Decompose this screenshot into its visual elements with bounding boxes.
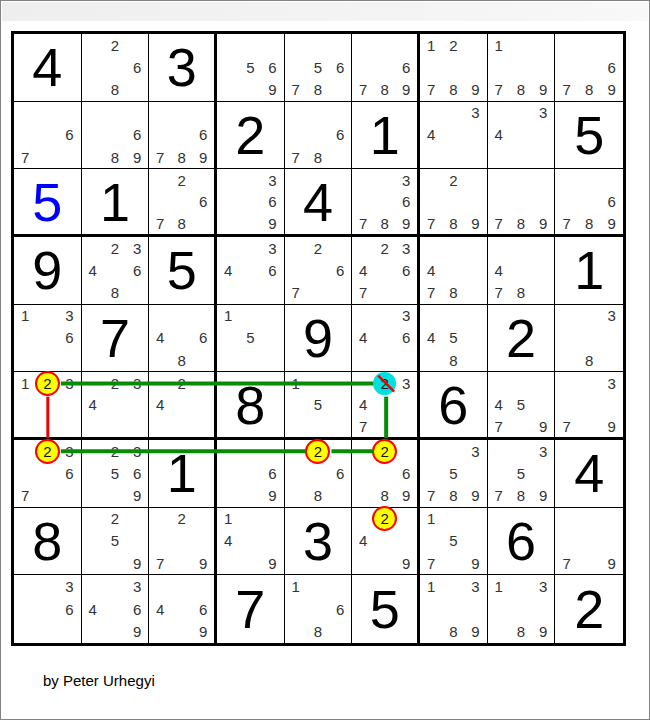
- candidate-6: 6: [394, 190, 418, 214]
- cell-r1c8[interactable]: 1789: [488, 34, 556, 102]
- candidate-9: 9: [600, 414, 624, 438]
- cell-r5c2[interactable]: 7: [82, 305, 150, 373]
- candidate-7: 7: [555, 78, 579, 102]
- candidate-9: 9: [464, 620, 488, 644]
- candidate-6: 6: [191, 597, 215, 621]
- candidate-6: 6: [261, 190, 285, 214]
- candidate-6: 6: [125, 461, 149, 485]
- cell-r9c4[interactable]: 7: [217, 575, 285, 643]
- candidate-7: 7: [419, 281, 443, 305]
- candidate-9: 9: [464, 484, 488, 508]
- cell-r3c3[interactable]: 2678: [149, 169, 217, 237]
- candidate-1: 1: [284, 371, 308, 395]
- candidate-3: 3: [58, 304, 82, 328]
- candidate-6: 6: [261, 55, 285, 79]
- cell-r9c3[interactable]: 469: [149, 575, 217, 643]
- cell-r6c4[interactable]: 8: [217, 372, 285, 440]
- cell-r4c5[interactable]: 267: [285, 237, 353, 305]
- cell-r4c9[interactable]: 1: [555, 237, 623, 305]
- cell-r5c1[interactable]: 136: [14, 305, 82, 373]
- candidate-8: 8: [170, 145, 194, 169]
- cell-r8c3[interactable]: 279: [149, 508, 217, 576]
- candidate-2: 2: [35, 439, 60, 464]
- cell-r3c6[interactable]: 36789: [352, 169, 420, 237]
- candidate-8: 8: [306, 620, 330, 644]
- candidate-8: 8: [509, 620, 533, 644]
- candidate-6: 6: [394, 55, 418, 79]
- candidate-8: 8: [441, 348, 465, 372]
- candidate-4: 4: [487, 393, 511, 417]
- candidate-3: 3: [125, 439, 149, 463]
- cell-r3c9[interactable]: 6789: [555, 169, 623, 237]
- candidate-7: 7: [419, 211, 443, 235]
- cell-r5c7[interactable]: 458: [420, 305, 488, 373]
- cell-r3c7[interactable]: 2789: [420, 169, 488, 237]
- given-digit: 6: [488, 508, 555, 575]
- candidate-8: 8: [577, 348, 601, 372]
- candidate-9: 9: [261, 551, 285, 575]
- cell-r8c2[interactable]: 259: [82, 508, 150, 576]
- candidate-9: 9: [261, 211, 285, 235]
- candidate-4: 4: [351, 393, 375, 417]
- given-digit: 9: [14, 237, 81, 304]
- cell-r3c8[interactable]: 789: [488, 169, 556, 237]
- given-digit: 4: [285, 169, 352, 234]
- cell-r1c5[interactable]: 5678: [285, 34, 353, 102]
- candidate-6: 6: [328, 258, 352, 282]
- candidate-7: 7: [351, 281, 375, 305]
- cell-r2c1[interactable]: 67: [14, 102, 82, 170]
- top-strip: [2, 2, 648, 21]
- cell-r3c4[interactable]: 369: [217, 169, 285, 237]
- candidate-4: 4: [419, 123, 443, 147]
- cell-r6c7[interactable]: 6: [420, 372, 488, 440]
- candidate-6: 6: [125, 597, 149, 621]
- candidate-9: 9: [191, 620, 215, 644]
- candidate-9: 9: [464, 211, 488, 235]
- candidate-2: 2: [103, 33, 127, 57]
- candidate-7: 7: [148, 551, 172, 575]
- cell-r8c8[interactable]: 6: [488, 508, 556, 576]
- given-digit: 1: [555, 237, 623, 304]
- candidate-8: 8: [577, 211, 601, 235]
- candidate-9: 9: [261, 484, 285, 508]
- candidate-2: 2: [373, 372, 396, 395]
- candidate-3: 3: [394, 371, 418, 395]
- cell-r9c2[interactable]: 3469: [82, 575, 150, 643]
- given-digit: 4: [555, 440, 623, 507]
- cell-r6c5[interactable]: 15: [285, 372, 353, 440]
- cell-r7c8[interactable]: 35789: [488, 440, 556, 508]
- cell-r8c4[interactable]: 149: [217, 508, 285, 576]
- candidate-2: 2: [103, 439, 127, 463]
- candidate-5: 5: [509, 393, 533, 417]
- cell-r4c8[interactable]: 478: [488, 237, 556, 305]
- cell-r4c2[interactable]: 23468: [82, 237, 150, 305]
- candidate-3: 3: [125, 236, 149, 260]
- candidate-7: 7: [487, 78, 511, 102]
- cell-r9c5[interactable]: 168: [285, 575, 353, 643]
- candidate-9: 9: [394, 78, 418, 102]
- candidate-9: 9: [125, 551, 149, 575]
- cell-r6c6[interactable]: 2347: [352, 372, 420, 440]
- cell-r1c3[interactable]: 3: [149, 34, 217, 102]
- cell-r2c5[interactable]: 678: [285, 102, 353, 170]
- candidate-7: 7: [487, 414, 511, 438]
- candidate-1: 1: [216, 507, 240, 531]
- candidate-6: 6: [328, 461, 352, 485]
- cell-r5c9[interactable]: 38: [555, 305, 623, 373]
- candidate-8: 8: [306, 484, 330, 508]
- cell-r6c9[interactable]: 379: [555, 372, 623, 440]
- cell-r8c9[interactable]: 79: [555, 508, 623, 576]
- candidate-9: 9: [191, 145, 215, 169]
- candidate-9: 9: [464, 551, 488, 575]
- candidate-9: 9: [125, 484, 149, 508]
- candidate-4: 4: [216, 258, 240, 282]
- cell-r2c3[interactable]: 6789: [149, 102, 217, 170]
- given-digit: 1: [149, 440, 214, 507]
- cell-r8c6[interactable]: 249: [352, 508, 420, 576]
- candidate-8: 8: [373, 484, 397, 508]
- candidate-9: 9: [600, 211, 624, 235]
- given-digit: 8: [14, 508, 81, 575]
- candidate-2: 2: [103, 507, 127, 531]
- cell-r7c9[interactable]: 4: [555, 440, 623, 508]
- candidate-7: 7: [284, 78, 308, 102]
- candidate-9: 9: [531, 78, 555, 102]
- cell-r4c3[interactable]: 5: [149, 237, 217, 305]
- given-digit: 7: [82, 305, 149, 372]
- candidate-5: 5: [441, 326, 465, 350]
- candidate-4: 4: [419, 326, 443, 350]
- candidate-4: 4: [487, 123, 511, 147]
- candidate-6: 6: [261, 258, 285, 282]
- candidate-2: 2: [103, 371, 127, 395]
- cell-r5c8[interactable]: 2: [488, 305, 556, 373]
- candidate-9: 9: [531, 484, 555, 508]
- candidate-5: 5: [441, 529, 465, 553]
- candidate-4: 4: [351, 326, 375, 350]
- given-digit: 5: [555, 102, 623, 169]
- candidate-1: 1: [419, 575, 443, 599]
- cell-r4c6[interactable]: 23467: [352, 237, 420, 305]
- candidate-1: 1: [487, 575, 511, 599]
- candidate-9: 9: [531, 414, 555, 438]
- candidate-2: 2: [372, 439, 397, 464]
- candidate-7: 7: [555, 211, 579, 235]
- sudoku-board: 4268356956786789127891789678967689678926…: [11, 31, 626, 646]
- candidate-3: 3: [261, 236, 285, 260]
- candidate-3: 3: [58, 439, 82, 463]
- candidate-4: 4: [487, 258, 511, 282]
- cell-r6c8[interactable]: 4579: [488, 372, 556, 440]
- candidate-2: 2: [372, 506, 397, 531]
- cell-r2c9[interactable]: 5: [555, 102, 623, 170]
- given-digit: 8: [217, 372, 284, 437]
- candidate-6: 6: [394, 258, 418, 282]
- candidate-8: 8: [441, 281, 465, 305]
- cell-r1c1[interactable]: 4: [14, 34, 82, 102]
- candidate-6: 6: [191, 190, 215, 214]
- cell-r1c2[interactable]: 268: [82, 34, 150, 102]
- cell-r1c6[interactable]: 6789: [352, 34, 420, 102]
- cell-r1c4[interactable]: 569: [217, 34, 285, 102]
- candidate-7: 7: [487, 211, 511, 235]
- candidate-6: 6: [58, 597, 82, 621]
- cell-r3c5[interactable]: 4: [285, 169, 353, 237]
- candidate-3: 3: [58, 371, 82, 395]
- cell-r1c7[interactable]: 12789: [420, 34, 488, 102]
- candidate-2: 2: [441, 168, 465, 192]
- cell-r8c5[interactable]: 3: [285, 508, 353, 576]
- candidate-9: 9: [531, 211, 555, 235]
- candidate-8: 8: [441, 620, 465, 644]
- cell-r7c2[interactable]: 23569: [82, 440, 150, 508]
- candidate-1: 1: [419, 507, 443, 531]
- candidate-8: 8: [509, 281, 533, 305]
- candidate-7: 7: [284, 145, 308, 169]
- candidate-6: 6: [261, 461, 285, 485]
- candidate-6: 6: [394, 326, 418, 350]
- candidate-9: 9: [600, 78, 624, 102]
- given-digit: 5: [149, 237, 214, 304]
- candidate-8: 8: [103, 78, 127, 102]
- candidate-3: 3: [531, 101, 555, 125]
- candidate-3: 3: [600, 304, 624, 328]
- given-digit: 2: [555, 575, 623, 643]
- cell-r8c1[interactable]: 8: [14, 508, 82, 576]
- candidate-2: 2: [306, 236, 330, 260]
- cell-r7c5[interactable]: 268: [285, 440, 353, 508]
- candidate-5: 5: [238, 55, 262, 79]
- candidate-1: 1: [419, 33, 443, 57]
- candidate-4: 4: [148, 326, 172, 350]
- candidate-2: 2: [441, 33, 465, 57]
- candidate-8: 8: [441, 78, 465, 102]
- candidate-1: 1: [284, 575, 308, 599]
- candidate-6: 6: [394, 461, 418, 485]
- candidate-9: 9: [191, 551, 215, 575]
- candidate-3: 3: [58, 575, 82, 599]
- candidate-8: 8: [441, 484, 465, 508]
- candidate-2: 2: [373, 236, 397, 260]
- candidate-9: 9: [394, 211, 418, 235]
- cell-r9c6[interactable]: 5: [352, 575, 420, 643]
- given-digit: 1: [82, 169, 149, 234]
- candidate-7: 7: [148, 145, 172, 169]
- candidate-1: 1: [13, 304, 37, 328]
- candidate-8: 8: [373, 211, 397, 235]
- cell-r2c4[interactable]: 2: [217, 102, 285, 170]
- candidate-7: 7: [419, 78, 443, 102]
- cell-r6c1[interactable]: 123: [14, 372, 82, 440]
- given-digit: 1: [352, 102, 417, 169]
- cell-r2c7[interactable]: 34: [420, 102, 488, 170]
- given-digit: 5: [352, 575, 417, 643]
- cell-r7c4[interactable]: 69: [217, 440, 285, 508]
- given-digit: 7: [217, 575, 284, 643]
- candidate-3: 3: [600, 371, 624, 395]
- candidate-6: 6: [125, 55, 149, 79]
- candidate-7: 7: [13, 484, 37, 508]
- candidate-9: 9: [261, 78, 285, 102]
- candidate-7: 7: [351, 211, 375, 235]
- candidate-3: 3: [464, 101, 488, 125]
- candidate-7: 7: [419, 484, 443, 508]
- cell-r9c7[interactable]: 1389: [420, 575, 488, 643]
- candidate-6: 6: [191, 326, 215, 350]
- candidate-3: 3: [464, 575, 488, 599]
- candidate-8: 8: [577, 78, 601, 102]
- candidate-3: 3: [464, 439, 488, 463]
- cell-r5c5[interactable]: 9: [285, 305, 353, 373]
- cell-r9c8[interactable]: 1389: [488, 575, 556, 643]
- candidate-6: 6: [328, 55, 352, 79]
- cell-r4c7[interactable]: 478: [420, 237, 488, 305]
- candidate-5: 5: [306, 393, 330, 417]
- given-digit: 2: [488, 305, 555, 372]
- candidate-5: 5: [103, 529, 127, 553]
- candidate-8: 8: [170, 348, 194, 372]
- candidate-8: 8: [103, 281, 127, 305]
- cell-r9c9[interactable]: 2: [555, 575, 623, 643]
- candidate-4: 4: [216, 529, 240, 553]
- candidate-7: 7: [487, 484, 511, 508]
- candidate-9: 9: [394, 484, 418, 508]
- candidate-4: 4: [81, 393, 105, 417]
- candidate-9: 9: [125, 620, 149, 644]
- candidate-7: 7: [419, 551, 443, 575]
- candidate-4: 4: [351, 258, 375, 282]
- candidate-9: 9: [464, 78, 488, 102]
- candidate-2: 2: [35, 371, 60, 396]
- candidate-8: 8: [306, 145, 330, 169]
- candidate-4: 4: [148, 393, 172, 417]
- candidate-2: 2: [170, 371, 194, 395]
- cell-r4c1[interactable]: 9: [14, 237, 82, 305]
- candidate-6: 6: [191, 123, 215, 147]
- cell-r5c6[interactable]: 346: [352, 305, 420, 373]
- candidate-2: 2: [170, 168, 194, 192]
- author-byline: by Peter Urhegyi: [43, 672, 155, 689]
- given-digit: 2: [217, 102, 284, 169]
- candidate-6: 6: [58, 461, 82, 485]
- cell-r1c9[interactable]: 6789: [555, 34, 623, 102]
- cell-r8c7[interactable]: 1579: [420, 508, 488, 576]
- candidate-6: 6: [328, 597, 352, 621]
- candidate-3: 3: [261, 168, 285, 192]
- candidate-7: 7: [13, 145, 37, 169]
- cell-r2c6[interactable]: 1: [352, 102, 420, 170]
- candidate-7: 7: [555, 551, 579, 575]
- cell-r2c8[interactable]: 34: [488, 102, 556, 170]
- candidate-8: 8: [170, 211, 194, 235]
- candidate-5: 5: [238, 326, 262, 350]
- candidate-6: 6: [600, 55, 624, 79]
- candidate-8: 8: [509, 211, 533, 235]
- cell-r7c1[interactable]: 2367: [14, 440, 82, 508]
- given-digit: 9: [285, 305, 352, 372]
- candidate-4: 4: [81, 597, 105, 621]
- cell-r3c1[interactable]: 5: [14, 169, 82, 237]
- candidate-2: 2: [170, 507, 194, 531]
- candidate-7: 7: [148, 211, 172, 235]
- candidate-6: 6: [58, 123, 82, 147]
- cell-r2c2[interactable]: 689: [82, 102, 150, 170]
- candidate-1: 1: [487, 33, 511, 57]
- candidate-1: 1: [216, 304, 240, 328]
- solved-digit: 5: [14, 169, 81, 234]
- candidate-9: 9: [125, 145, 149, 169]
- candidate-8: 8: [306, 78, 330, 102]
- cell-r3c2[interactable]: 1: [82, 169, 150, 237]
- cell-r7c6[interactable]: 2689: [352, 440, 420, 508]
- candidate-7: 7: [555, 414, 579, 438]
- candidate-6: 6: [125, 123, 149, 147]
- given-digit: 4: [14, 34, 81, 101]
- cell-r9c1[interactable]: 36: [14, 575, 82, 643]
- candidate-3: 3: [125, 575, 149, 599]
- given-digit: 6: [420, 372, 487, 437]
- candidate-3: 3: [125, 371, 149, 395]
- cell-r7c3[interactable]: 1: [149, 440, 217, 508]
- candidate-2: 2: [305, 439, 330, 464]
- candidate-4: 4: [81, 258, 105, 282]
- candidate-7: 7: [351, 78, 375, 102]
- candidate-8: 8: [441, 211, 465, 235]
- candidate-3: 3: [394, 168, 418, 192]
- candidate-3: 3: [531, 575, 555, 599]
- candidate-8: 8: [103, 145, 127, 169]
- candidate-2: 2: [103, 236, 127, 260]
- candidate-3: 3: [394, 304, 418, 328]
- app-window: 4268356956786789127891789678967689678926…: [0, 0, 650, 720]
- candidate-7: 7: [284, 281, 308, 305]
- candidate-1: 1: [13, 371, 37, 395]
- cell-r5c3[interactable]: 468: [149, 305, 217, 373]
- candidate-3: 3: [531, 439, 555, 463]
- candidate-9: 9: [394, 551, 418, 575]
- candidate-6: 6: [328, 123, 352, 147]
- given-digit: 3: [149, 34, 214, 101]
- candidate-5: 5: [306, 55, 330, 79]
- candidate-4: 4: [419, 258, 443, 282]
- cell-r7c7[interactable]: 35789: [420, 440, 488, 508]
- candidate-8: 8: [509, 484, 533, 508]
- cell-r6c3[interactable]: 24: [149, 372, 217, 440]
- candidate-6: 6: [58, 326, 82, 350]
- cell-r6c2[interactable]: 234: [82, 372, 150, 440]
- candidate-7: 7: [487, 281, 511, 305]
- candidate-8: 8: [509, 78, 533, 102]
- candidate-9: 9: [600, 551, 624, 575]
- candidate-5: 5: [509, 461, 533, 485]
- candidate-8: 8: [373, 78, 397, 102]
- candidate-5: 5: [103, 461, 127, 485]
- candidate-3: 3: [394, 236, 418, 260]
- candidate-5: 5: [441, 461, 465, 485]
- given-digit: 3: [285, 508, 352, 575]
- cell-r5c4[interactable]: 15: [217, 305, 285, 373]
- cell-r4c4[interactable]: 346: [217, 237, 285, 305]
- candidate-6: 6: [600, 190, 624, 214]
- candidate-4: 4: [351, 529, 375, 553]
- candidate-4: 4: [148, 597, 172, 621]
- candidate-7: 7: [351, 414, 375, 438]
- candidate-6: 6: [125, 258, 149, 282]
- candidate-9: 9: [531, 620, 555, 644]
